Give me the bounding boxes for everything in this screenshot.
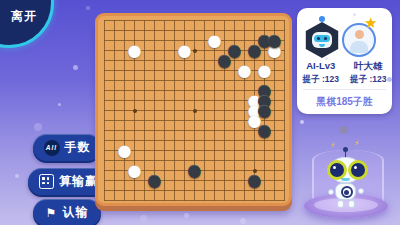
- game-result-text: 黑棋185子胜: [297, 95, 392, 109]
- player-body-icon: [350, 41, 368, 53]
- grid-line: [104, 200, 285, 201]
- grid-line: [284, 20, 285, 201]
- bg-dot: [34, 123, 42, 131]
- bg-dot: [184, 213, 189, 218]
- grid-line: [104, 180, 285, 181]
- game-screen: 离开 All 手数 算输赢 ⚑ 认输 ●●●●●●●●●●●●●●●●●●●●●…: [0, 0, 400, 225]
- player-name: 叶大雄: [345, 60, 393, 73]
- grid-line: [104, 160, 285, 161]
- ai-avatar: [304, 22, 340, 58]
- leave-button[interactable]: 离开: [0, 0, 54, 48]
- go-board[interactable]: ●●●●●●●●●●●●●●●●●●●●●●●: [95, 13, 292, 206]
- resign-flag-icon: ⚑: [46, 207, 58, 219]
- robot-mascot: ⚡ ⚡: [298, 120, 394, 222]
- bg-dot: [15, 174, 19, 178]
- players-card: ★ AI-Lv3 叶大雄 提子 :123 提子 :123 黑棋185子胜: [297, 8, 392, 114]
- ai-avatar-antenna-dot: [319, 16, 325, 22]
- star-point: [253, 169, 257, 173]
- player-names-row: AI-Lv3 叶大雄: [297, 60, 392, 73]
- resign-label: 认输: [62, 204, 88, 221]
- go-board-grid[interactable]: ●●●●●●●●●●●●●●●●●●●●●●●: [104, 20, 285, 201]
- bg-dot: [325, 57, 328, 60]
- star-point: [193, 169, 197, 173]
- bg-dot: [300, 120, 304, 124]
- player-captures: 提子 :123: [345, 74, 393, 86]
- move-count-badge-icon: All: [44, 140, 60, 156]
- grid-line: [104, 140, 285, 141]
- grid-line: [244, 20, 245, 201]
- bg-dot: [140, 215, 147, 222]
- captures-row: 提子 :123 提子 :123: [297, 74, 392, 86]
- grid-line: [224, 20, 225, 201]
- grid-line: [104, 120, 285, 121]
- star-badge-icon: ★: [364, 15, 377, 30]
- bg-dot: [387, 77, 392, 82]
- grid-line: [234, 20, 235, 201]
- goggle-left-icon: [327, 160, 347, 180]
- grid-line: [274, 20, 275, 201]
- star-point: [253, 49, 257, 53]
- move-count-button[interactable]: All 手数: [33, 134, 101, 161]
- goggle-right-icon: [348, 160, 368, 180]
- star-point: [253, 109, 257, 113]
- thought-dot: [340, 126, 348, 134]
- bg-dot: [86, 6, 90, 10]
- star-point: [193, 109, 197, 113]
- bg-dot: [73, 65, 78, 70]
- grid-line: [104, 150, 285, 151]
- player-head-icon: [355, 30, 364, 39]
- robot-belly-icon: [341, 186, 353, 198]
- robot-figure: ⚡ ⚡: [322, 126, 370, 210]
- star-point: [133, 169, 137, 173]
- bg-dot: [240, 218, 246, 224]
- star-point: [193, 49, 197, 53]
- score-estimate-label: 算输赢: [59, 173, 98, 190]
- grid-line: [214, 20, 215, 201]
- grid-line: [104, 190, 285, 191]
- leave-button-label: 离开: [11, 8, 37, 25]
- grid-line: [204, 20, 205, 201]
- resign-button[interactable]: ⚑ 认输: [33, 199, 101, 225]
- card-divider: [303, 89, 386, 90]
- star-point: [133, 109, 137, 113]
- score-grid-icon: [39, 174, 54, 189]
- move-count-label: 手数: [65, 139, 91, 156]
- ai-name: AI-Lv3: [297, 60, 345, 73]
- lightning-icon: ⚡: [330, 142, 336, 150]
- bg-dot: [353, 13, 356, 16]
- star-point: [133, 49, 137, 53]
- bg-dot: [58, 103, 61, 106]
- ai-robot-face-icon: [312, 32, 332, 48]
- lightning-icon: ⚡: [354, 140, 360, 148]
- ai-captures: 提子 :123: [297, 74, 345, 86]
- grid-line: [264, 20, 265, 201]
- grid-line: [104, 130, 285, 131]
